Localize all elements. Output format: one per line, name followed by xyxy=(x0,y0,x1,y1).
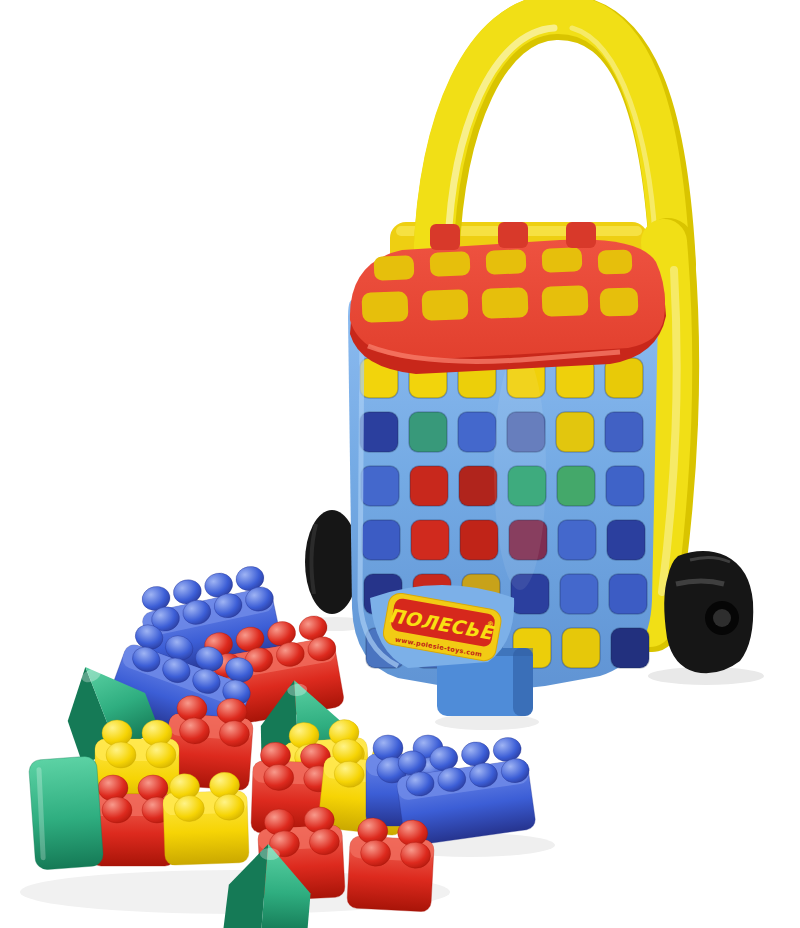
block-tall-green xyxy=(28,756,104,870)
basket-hole xyxy=(459,466,497,506)
basket-hole xyxy=(562,628,600,668)
wheel-right xyxy=(664,551,753,673)
product-photo: ПОЛЕСЬЕ ® www.polesie-toys.com xyxy=(0,0,800,928)
basket-hole xyxy=(458,412,496,452)
basket-hole xyxy=(611,628,649,668)
basket-hole xyxy=(609,574,647,614)
basket-hole xyxy=(605,412,643,452)
registered-mark: ® xyxy=(486,620,494,629)
basket-hole xyxy=(557,466,595,506)
basket-hole xyxy=(460,520,498,560)
basket-hole xyxy=(605,358,643,398)
lid-clips xyxy=(430,222,596,250)
basket-hole xyxy=(361,466,399,506)
toy-trolley-scene: ПОЛЕСЬЕ ® www.polesie-toys.com xyxy=(0,0,800,928)
brand-label: ПОЛЕСЬЕ ® www.polesie-toys.com xyxy=(370,585,514,668)
basket-hole xyxy=(607,520,645,560)
basket-hole xyxy=(556,412,594,452)
basket-hole xyxy=(410,466,448,506)
basket-hole xyxy=(360,412,398,452)
basket-hole xyxy=(362,520,400,560)
basket-hole xyxy=(560,574,598,614)
basket-hole xyxy=(411,520,449,560)
basket-hole xyxy=(558,520,596,560)
basket-hole xyxy=(409,412,447,452)
basket-hole xyxy=(606,466,644,506)
